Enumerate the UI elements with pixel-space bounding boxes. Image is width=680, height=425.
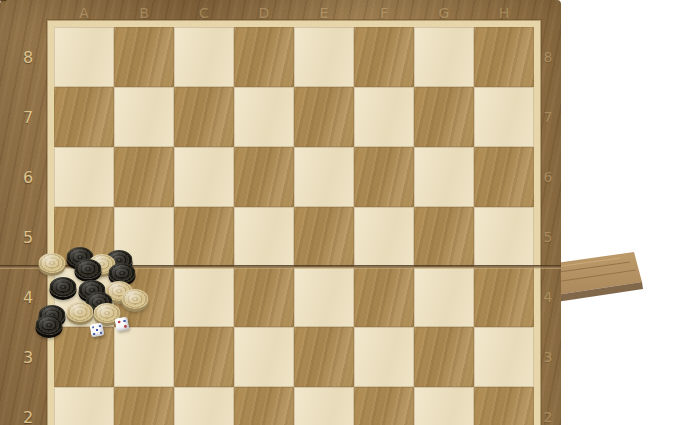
light-checker[interactable] <box>67 302 94 322</box>
black-checker[interactable] <box>75 259 102 279</box>
black-checker[interactable] <box>109 263 136 283</box>
black-checker[interactable] <box>36 315 63 335</box>
die-red-pips[interactable] <box>114 316 129 331</box>
checkers-and-dice <box>0 0 680 425</box>
black-checker[interactable] <box>50 277 77 297</box>
chess-set-photo: 1122334455667788AABBCCDDEEFFGGHH ♜♞♝♛♚♝♞… <box>0 0 680 425</box>
light-checker[interactable] <box>39 253 66 273</box>
light-checker[interactable] <box>122 289 149 309</box>
die-blue-pips[interactable] <box>89 322 104 337</box>
